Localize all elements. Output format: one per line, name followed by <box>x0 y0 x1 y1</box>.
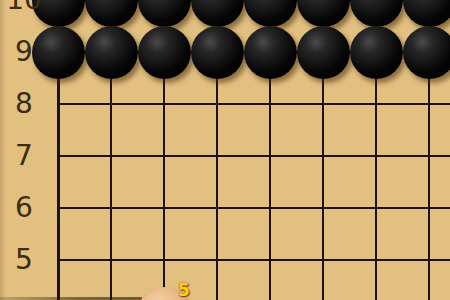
black-stone-E9 <box>244 26 297 79</box>
black-stone-B9 <box>85 26 138 79</box>
grid-line-horizontal <box>57 207 450 209</box>
black-stone-D9 <box>191 26 244 79</box>
black-stone-C9 <box>138 26 191 79</box>
grid-line-horizontal <box>57 259 450 261</box>
row-label-9: 9 <box>0 36 48 68</box>
black-stone-C10 <box>138 0 191 27</box>
row-label-10: 10 <box>0 0 48 16</box>
grid-line-horizontal <box>57 103 450 105</box>
row-label-6: 6 <box>0 192 48 224</box>
black-stone-F10 <box>297 0 350 27</box>
row-label-7: 7 <box>0 140 48 172</box>
grid-line-horizontal <box>57 155 450 157</box>
candidate-move-badge: 5 <box>175 280 193 300</box>
black-stone-H10 <box>403 0 450 27</box>
black-stone-G9 <box>350 26 403 79</box>
black-stone-E10 <box>244 0 297 27</box>
black-stone-B10 <box>85 0 138 27</box>
go-board[interactable]: 1098765 12.9 5 <box>0 0 450 300</box>
black-stone-G10 <box>350 0 403 27</box>
row-label-5: 5 <box>0 244 48 276</box>
black-stone-H9 <box>403 26 450 79</box>
row-label-8: 8 <box>0 88 48 120</box>
black-stone-F9 <box>297 26 350 79</box>
black-stone-D10 <box>191 0 244 27</box>
